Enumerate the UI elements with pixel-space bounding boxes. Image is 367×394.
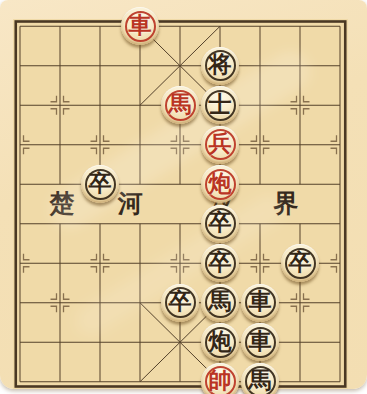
piece-glyph: 車: [249, 290, 272, 313]
piece-red-horse[interactable]: 馬: [161, 86, 199, 124]
piece-glyph: 馬: [169, 93, 192, 116]
piece-glyph: 車: [129, 14, 152, 37]
piece-black-soldier-5[interactable]: 卒: [161, 284, 199, 322]
piece-black-advisor[interactable]: 士: [201, 86, 239, 124]
piece-glyph: 兵: [209, 132, 232, 155]
piece-black-soldier-4[interactable]: 卒: [281, 244, 319, 282]
piece-red-general[interactable]: 帥: [201, 363, 239, 394]
piece-glyph: 車: [249, 330, 272, 353]
piece-glyph: 馬: [209, 290, 232, 313]
screenshot-root: 楚河汉界 車将馬士兵卒炮卒卒卒卒馬車炮車帥馬: [0, 0, 367, 394]
piece-black-chariot-2[interactable]: 車: [241, 323, 279, 361]
piece-black-general[interactable]: 将: [201, 47, 239, 85]
board-panel: 楚河汉界 車将馬士兵卒炮卒卒卒卒馬車炮車帥馬: [0, 0, 367, 389]
piece-glyph: 卒: [209, 251, 232, 274]
piece-glyph: 士: [209, 93, 232, 116]
piece-glyph: 卒: [289, 251, 312, 274]
piece-glyph: 炮: [209, 330, 232, 353]
piece-black-soldier-2[interactable]: 卒: [201, 205, 239, 243]
piece-red-chariot[interactable]: 車: [121, 7, 159, 45]
pieces-layer[interactable]: 車将馬士兵卒炮卒卒卒卒馬車炮車帥馬: [0, 7, 360, 394]
piece-black-horse-2[interactable]: 馬: [241, 363, 279, 394]
piece-black-soldier-3[interactable]: 卒: [201, 244, 239, 282]
piece-glyph: 馬: [249, 369, 272, 392]
piece-black-horse-1[interactable]: 馬: [201, 284, 239, 322]
piece-glyph: 卒: [209, 211, 232, 234]
piece-black-cannon[interactable]: 炮: [201, 323, 239, 361]
piece-black-soldier-1[interactable]: 卒: [81, 165, 119, 203]
piece-glyph: 炮: [209, 172, 232, 195]
piece-red-cannon[interactable]: 炮: [201, 165, 239, 203]
piece-red-soldier[interactable]: 兵: [201, 126, 239, 164]
piece-glyph: 将: [209, 53, 232, 76]
piece-glyph: 帥: [209, 369, 232, 392]
piece-glyph: 卒: [169, 290, 192, 313]
piece-black-chariot-1[interactable]: 車: [241, 284, 279, 322]
piece-glyph: 卒: [89, 172, 112, 195]
